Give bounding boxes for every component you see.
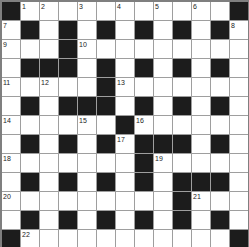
white-cell-r9c12[interactable] (230, 173, 248, 191)
white-cell-r3c6[interactable] (116, 59, 134, 77)
white-cell-r4c11[interactable] (211, 78, 229, 96)
clue-number-13: 13 (117, 78, 125, 87)
black-cell-r5c5 (97, 97, 115, 115)
white-cell-r5c6[interactable] (116, 97, 134, 115)
crossword-board: 12345678910111213141516171819202122 (0, 0, 249, 247)
white-cell-r12c4[interactable] (78, 230, 96, 247)
white-cell-r0c1[interactable]: 1 (21, 2, 39, 20)
white-cell-r10c0[interactable]: 20 (2, 192, 20, 210)
black-cell-r3c11 (211, 59, 229, 77)
clue-number-20: 20 (3, 192, 11, 201)
black-cell-r9c7 (135, 173, 153, 191)
black-cell-r11c9 (173, 211, 191, 229)
white-cell-r12c10[interactable] (192, 230, 210, 247)
white-cell-r5c0[interactable] (2, 97, 20, 115)
white-cell-r12c9[interactable] (173, 230, 191, 247)
white-cell-r8c9[interactable] (173, 154, 191, 172)
white-cell-r0c6[interactable]: 4 (116, 2, 134, 20)
white-cell-r2c5[interactable] (97, 40, 115, 58)
black-cell-r7c11 (211, 135, 229, 153)
white-cell-r8c10[interactable] (192, 154, 210, 172)
white-cell-r4c3[interactable] (59, 78, 77, 96)
white-cell-r12c3[interactable] (59, 230, 77, 247)
white-cell-r6c12[interactable] (230, 116, 248, 134)
white-cell-r4c10[interactable] (192, 78, 210, 96)
white-cell-r10c12[interactable] (230, 192, 248, 210)
clue-number-15: 15 (79, 116, 87, 125)
white-cell-r2c8[interactable] (154, 40, 172, 58)
white-cell-r3c4[interactable] (78, 59, 96, 77)
clue-number-12: 12 (41, 78, 49, 87)
white-cell-r8c12[interactable] (230, 154, 248, 172)
white-cell-r8c0[interactable]: 18 (2, 154, 20, 172)
white-cell-r6c8[interactable] (154, 116, 172, 134)
clue-number-7: 7 (3, 21, 7, 30)
black-cell-r1c1 (21, 21, 39, 39)
black-cell-r1c3 (59, 21, 77, 39)
black-cell-r5c7 (135, 97, 153, 115)
white-cell-r5c12[interactable] (230, 97, 248, 115)
white-cell-r8c8[interactable]: 19 (154, 154, 172, 172)
black-cell-r1c11 (211, 21, 229, 39)
white-cell-r10c11[interactable] (211, 192, 229, 210)
white-cell-r4c7[interactable] (135, 78, 153, 96)
white-cell-r4c2[interactable]: 12 (40, 78, 58, 96)
white-cell-r12c11[interactable] (211, 230, 229, 247)
clue-number-8: 8 (231, 21, 235, 30)
white-cell-r12c1[interactable]: 22 (21, 230, 39, 247)
white-cell-r11c8[interactable] (154, 211, 172, 229)
white-cell-r0c7[interactable] (135, 2, 153, 20)
clue-number-22: 22 (22, 230, 30, 239)
black-cell-r9c3 (59, 173, 77, 191)
clue-number-5: 5 (155, 2, 159, 11)
white-cell-r3c0[interactable] (2, 59, 20, 77)
black-cell-r3c2 (40, 59, 58, 77)
white-cell-r6c11[interactable] (211, 116, 229, 134)
white-cell-r6c4[interactable]: 15 (78, 116, 96, 134)
black-cell-r5c1 (21, 97, 39, 115)
white-cell-r10c7[interactable] (135, 192, 153, 210)
white-cell-r0c2[interactable]: 2 (40, 2, 58, 20)
white-cell-r4c0[interactable]: 11 (2, 78, 20, 96)
white-cell-r11c2[interactable] (40, 211, 58, 229)
white-cell-r6c9[interactable] (173, 116, 191, 134)
black-cell-r3c9 (173, 59, 191, 77)
black-cell-r12c0 (2, 230, 20, 247)
white-cell-r4c1[interactable] (21, 78, 39, 96)
clue-number-6: 6 (193, 2, 197, 11)
white-cell-r11c6[interactable] (116, 211, 134, 229)
white-cell-r10c5[interactable] (97, 192, 115, 210)
white-cell-r2c9[interactable] (173, 40, 191, 58)
black-cell-r11c3 (59, 211, 77, 229)
white-cell-r1c12[interactable]: 8 (230, 21, 248, 39)
clue-number-3: 3 (79, 2, 83, 11)
white-cell-r6c1[interactable] (21, 116, 39, 134)
white-cell-r8c11[interactable] (211, 154, 229, 172)
white-cell-r2c7[interactable] (135, 40, 153, 58)
white-cell-r9c8[interactable] (154, 173, 172, 191)
white-cell-r0c3[interactable] (59, 2, 77, 20)
white-cell-r10c3[interactable] (59, 192, 77, 210)
black-cell-r7c8 (154, 135, 172, 153)
white-cell-r10c10[interactable]: 21 (192, 192, 210, 210)
clue-number-19: 19 (155, 154, 163, 163)
white-cell-r11c4[interactable] (78, 211, 96, 229)
black-cell-r3c5 (97, 59, 115, 77)
black-cell-r1c5 (97, 21, 115, 39)
white-cell-r6c3[interactable] (59, 116, 77, 134)
white-cell-r8c2[interactable] (40, 154, 58, 172)
white-cell-r4c8[interactable] (154, 78, 172, 96)
white-cell-r2c6[interactable] (116, 40, 134, 58)
white-cell-r7c10[interactable] (192, 135, 210, 153)
clue-number-4: 4 (117, 2, 121, 11)
white-cell-r3c12[interactable] (230, 59, 248, 77)
white-cell-r7c4[interactable] (78, 135, 96, 153)
white-cell-r10c2[interactable] (40, 192, 58, 210)
black-cell-r5c3 (59, 97, 77, 115)
black-cell-r0c12 (230, 2, 248, 20)
clue-number-10: 10 (79, 40, 87, 49)
black-cell-r10c9 (173, 192, 191, 210)
white-cell-r0c10[interactable]: 6 (192, 2, 210, 20)
black-cell-r7c3 (59, 135, 77, 153)
white-cell-r6c0[interactable]: 14 (2, 116, 20, 134)
white-cell-r2c1[interactable] (21, 40, 39, 58)
white-cell-r10c6[interactable] (116, 192, 134, 210)
white-cell-r3c10[interactable] (192, 59, 210, 77)
black-cell-r7c7 (135, 135, 153, 153)
black-cell-r9c10 (192, 173, 210, 191)
white-cell-r12c8[interactable] (154, 230, 172, 247)
white-cell-r6c5[interactable] (97, 116, 115, 134)
white-cell-r11c12[interactable] (230, 211, 248, 229)
white-cell-r0c4[interactable]: 3 (78, 2, 96, 20)
white-cell-r1c6[interactable] (116, 21, 134, 39)
clue-number-2: 2 (41, 2, 45, 11)
white-cell-r4c12[interactable] (230, 78, 248, 96)
white-cell-r9c2[interactable] (40, 173, 58, 191)
clue-number-1: 1 (22, 2, 26, 11)
white-cell-r12c6[interactable] (116, 230, 134, 247)
white-cell-r5c8[interactable] (154, 97, 172, 115)
white-cell-r1c10[interactable] (192, 21, 210, 39)
clue-number-17: 17 (117, 135, 125, 144)
black-cell-r6c6 (116, 116, 134, 134)
white-cell-r6c10[interactable] (192, 116, 210, 134)
clue-number-9: 9 (3, 40, 7, 49)
white-cell-r12c5[interactable] (97, 230, 115, 247)
white-cell-r8c1[interactable] (21, 154, 39, 172)
white-cell-r11c0[interactable] (2, 211, 20, 229)
clue-number-14: 14 (3, 116, 11, 125)
white-cell-r7c2[interactable] (40, 135, 58, 153)
black-cell-r5c11 (211, 97, 229, 115)
black-cell-r3c1 (21, 59, 39, 77)
black-cell-r12c12 (230, 230, 248, 247)
black-cell-r1c9 (173, 21, 191, 39)
white-cell-r8c5[interactable] (97, 154, 115, 172)
black-cell-r11c7 (135, 211, 153, 229)
white-cell-r10c8[interactable] (154, 192, 172, 210)
black-cell-r8c7 (135, 154, 153, 172)
black-cell-r11c5 (97, 211, 115, 229)
white-cell-r12c2[interactable] (40, 230, 58, 247)
white-cell-r7c12[interactable] (230, 135, 248, 153)
white-cell-r2c10[interactable] (192, 40, 210, 58)
white-cell-r0c11[interactable] (211, 2, 229, 20)
white-cell-r4c6[interactable]: 13 (116, 78, 134, 96)
white-cell-r4c9[interactable] (173, 78, 191, 96)
white-cell-r1c8[interactable] (154, 21, 172, 39)
black-cell-r2c3 (59, 40, 77, 58)
black-cell-r3c3 (59, 59, 77, 77)
white-cell-r2c4[interactable]: 10 (78, 40, 96, 58)
white-cell-r8c6[interactable] (116, 154, 134, 172)
clue-number-16: 16 (136, 116, 144, 125)
white-cell-r9c6[interactable] (116, 173, 134, 191)
white-cell-r7c0[interactable] (2, 135, 20, 153)
white-cell-r9c4[interactable] (78, 173, 96, 191)
clue-number-11: 11 (3, 78, 10, 87)
white-cell-r10c4[interactable] (78, 192, 96, 210)
white-cell-r1c2[interactable] (40, 21, 58, 39)
white-cell-r8c3[interactable] (59, 154, 77, 172)
white-cell-r0c9[interactable] (173, 2, 191, 20)
black-cell-r7c1 (21, 135, 39, 153)
white-cell-r10c1[interactable] (21, 192, 39, 210)
white-cell-r2c2[interactable] (40, 40, 58, 58)
white-cell-r2c0[interactable]: 9 (2, 40, 20, 58)
black-cell-r5c4 (78, 97, 96, 115)
black-cell-r11c11 (211, 211, 229, 229)
crossword-page: 12345678910111213141516171819202122 (0, 0, 249, 247)
white-cell-r8c4[interactable] (78, 154, 96, 172)
black-cell-r11c1 (21, 211, 39, 229)
black-cell-r9c9 (173, 173, 191, 191)
white-cell-r0c5[interactable] (97, 2, 115, 20)
black-cell-r9c11 (211, 173, 229, 191)
white-cell-r6c7[interactable]: 16 (135, 116, 153, 134)
white-cell-r11c10[interactable] (192, 211, 210, 229)
white-cell-r9c0[interactable] (2, 173, 20, 191)
white-cell-r2c11[interactable] (211, 40, 229, 58)
black-cell-r1c7 (135, 21, 153, 39)
clue-number-18: 18 (3, 154, 11, 163)
white-cell-r3c8[interactable] (154, 59, 172, 77)
white-cell-r1c0[interactable]: 7 (2, 21, 20, 39)
white-cell-r4c4[interactable] (78, 78, 96, 96)
white-cell-r6c2[interactable] (40, 116, 58, 134)
white-cell-r12c7[interactable] (135, 230, 153, 247)
white-cell-r7c6[interactable]: 17 (116, 135, 134, 153)
black-cell-r7c9 (173, 135, 191, 153)
black-cell-r7c5 (97, 135, 115, 153)
black-cell-r0c0 (2, 2, 20, 20)
black-cell-r9c1 (21, 173, 39, 191)
black-cell-r3c7 (135, 59, 153, 77)
black-cell-r5c9 (173, 97, 191, 115)
clue-number-21: 21 (193, 192, 201, 201)
white-cell-r5c10[interactable] (192, 97, 210, 115)
white-cell-r0c8[interactable]: 5 (154, 2, 172, 20)
black-cell-r9c5 (97, 173, 115, 191)
white-cell-r1c4[interactable] (78, 21, 96, 39)
white-cell-r2c12[interactable] (230, 40, 248, 58)
black-cell-r4c5 (97, 78, 115, 96)
white-cell-r5c2[interactable] (40, 97, 58, 115)
